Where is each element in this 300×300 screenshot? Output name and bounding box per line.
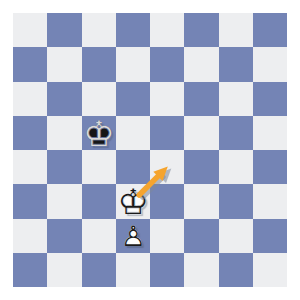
square-e8[interactable] [150,13,184,47]
square-c1[interactable] [82,253,116,287]
square-e3[interactable] [150,184,184,218]
black-king[interactable]: ♚♔ [82,116,117,151]
square-e4[interactable] [150,150,184,184]
square-b2[interactable] [47,219,81,253]
square-h3[interactable] [253,184,287,218]
square-c6[interactable] [82,82,116,116]
square-f4[interactable] [184,150,218,184]
square-a7[interactable] [13,47,47,81]
square-c4[interactable] [82,150,116,184]
square-f5[interactable] [184,116,218,150]
square-a4[interactable] [13,150,47,184]
square-g3[interactable] [219,184,253,218]
square-d6[interactable] [116,82,150,116]
chess-app-canvas: ♚♔♚♔♟♙ [0,0,300,300]
square-c7[interactable] [82,47,116,81]
square-e7[interactable] [150,47,184,81]
square-e2[interactable] [150,219,184,253]
square-c2[interactable] [82,219,116,253]
square-f7[interactable] [184,47,218,81]
square-h2[interactable] [253,219,287,253]
square-a8[interactable] [13,13,47,47]
square-a1[interactable] [13,253,47,287]
square-b3[interactable] [47,184,81,218]
square-f3[interactable] [184,184,218,218]
square-d7[interactable] [116,47,150,81]
square-h7[interactable] [253,47,287,81]
square-g2[interactable] [219,219,253,253]
square-g1[interactable] [219,253,253,287]
square-f2[interactable] [184,219,218,253]
square-d5[interactable] [116,116,150,150]
white-king[interactable]: ♚♔ [116,184,151,219]
square-g6[interactable] [219,82,253,116]
square-b8[interactable] [47,13,81,47]
square-a3[interactable] [13,184,47,218]
white-pawn-icon-outline: ♙ [116,220,151,255]
square-b6[interactable] [47,82,81,116]
square-b5[interactable] [47,116,81,150]
square-h6[interactable] [253,82,287,116]
white-king-icon-outline: ♔ [116,185,151,220]
square-e6[interactable] [150,82,184,116]
square-h4[interactable] [253,150,287,184]
square-g8[interactable] [219,13,253,47]
square-b4[interactable] [47,150,81,184]
square-g4[interactable] [219,150,253,184]
square-b1[interactable] [47,253,81,287]
square-c3[interactable] [82,184,116,218]
square-e5[interactable] [150,116,184,150]
black-king-icon-outline: ♔ [82,117,117,152]
square-d8[interactable] [116,13,150,47]
square-h5[interactable] [253,116,287,150]
square-h8[interactable] [253,13,287,47]
square-a6[interactable] [13,82,47,116]
square-g5[interactable] [219,116,253,150]
square-f6[interactable] [184,82,218,116]
white-pawn[interactable]: ♟♙ [116,219,151,254]
square-b7[interactable] [47,47,81,81]
square-h1[interactable] [253,253,287,287]
square-f8[interactable] [184,13,218,47]
square-d4[interactable] [116,150,150,184]
square-d1[interactable] [116,253,150,287]
square-a5[interactable] [13,116,47,150]
square-a2[interactable] [13,219,47,253]
square-g7[interactable] [219,47,253,81]
square-f1[interactable] [184,253,218,287]
square-e1[interactable] [150,253,184,287]
square-c8[interactable] [82,13,116,47]
